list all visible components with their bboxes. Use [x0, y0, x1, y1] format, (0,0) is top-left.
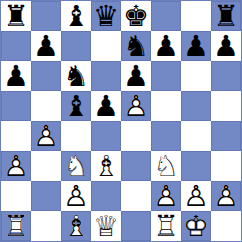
square-h1[interactable]: [211, 211, 241, 241]
piece-white-rook: ♜♖: [1, 211, 31, 241]
square-c4[interactable]: [61, 121, 91, 151]
white-piece-outline: ♙: [31, 121, 61, 151]
square-f4[interactable]: [151, 121, 181, 151]
piece-white-bishop: ♝♗: [61, 211, 91, 241]
square-a5[interactable]: [1, 91, 31, 121]
square-d7[interactable]: [91, 31, 121, 61]
square-h4[interactable]: [211, 121, 241, 151]
square-h7[interactable]: ♟: [211, 31, 241, 61]
black-piece-glyph: ♟: [1, 61, 31, 91]
square-e6[interactable]: ♟: [121, 61, 151, 91]
square-b1[interactable]: [31, 211, 61, 241]
square-e7[interactable]: ♞: [121, 31, 151, 61]
piece-black-pawn: ♟: [1, 61, 31, 91]
square-e2[interactable]: [121, 181, 151, 211]
square-d6[interactable]: [91, 61, 121, 91]
square-f1[interactable]: ♜♖: [151, 211, 181, 241]
piece-white-pawn: ♟♙: [121, 91, 151, 121]
piece-black-pawn: ♟: [211, 31, 241, 61]
piece-white-king: ♚♔: [181, 211, 211, 241]
square-h5[interactable]: [211, 91, 241, 121]
white-piece-outline: ♘: [61, 151, 91, 181]
square-h8[interactable]: ♜: [211, 1, 241, 31]
square-f2[interactable]: ♟♙: [151, 181, 181, 211]
square-h6[interactable]: [211, 61, 241, 91]
square-b6[interactable]: [31, 61, 61, 91]
piece-white-pawn: ♟♙: [31, 121, 61, 151]
square-g8[interactable]: [181, 1, 211, 31]
piece-black-bishop: ♝: [61, 91, 91, 121]
square-c1[interactable]: ♝♗: [61, 211, 91, 241]
square-e4[interactable]: [121, 121, 151, 151]
square-c3[interactable]: ♞♘: [61, 151, 91, 181]
white-piece-outline: ♕: [91, 211, 121, 241]
square-e1[interactable]: [121, 211, 151, 241]
piece-black-knight: ♞: [121, 31, 151, 61]
piece-white-queen: ♛♕: [91, 211, 121, 241]
piece-white-knight: ♞♘: [61, 151, 91, 181]
piece-white-pawn: ♟♙: [61, 181, 91, 211]
square-a7[interactable]: [1, 31, 31, 61]
white-piece-outline: ♙: [151, 181, 181, 211]
black-piece-glyph: ♜: [211, 1, 241, 31]
square-b2[interactable]: [31, 181, 61, 211]
square-g7[interactable]: ♟: [181, 31, 211, 61]
square-b5[interactable]: [31, 91, 61, 121]
piece-black-rook: ♜: [1, 1, 31, 31]
square-g1[interactable]: ♚♔: [181, 211, 211, 241]
white-piece-outline: ♙: [211, 181, 241, 211]
square-f3[interactable]: ♞♘: [151, 151, 181, 181]
piece-black-pawn: ♟: [181, 31, 211, 61]
square-g6[interactable]: [181, 61, 211, 91]
black-piece-glyph: ♜: [1, 1, 31, 31]
square-b3[interactable]: [31, 151, 61, 181]
piece-black-rook: ♜: [211, 1, 241, 31]
piece-black-pawn: ♟: [31, 31, 61, 61]
white-piece-outline: ♙: [1, 151, 31, 181]
chess-board: ♜♝♛♚♜♟♞♟♟♟♟♞♟♝♟♟♙♟♙♟♙♞♘♝♗♞♘♟♙♟♙♟♙♟♙♜♖♝♗♛…: [0, 0, 242, 242]
black-piece-glyph: ♟: [181, 31, 211, 61]
piece-white-pawn: ♟♙: [1, 151, 31, 181]
white-piece-outline: ♗: [61, 211, 91, 241]
white-piece-outline: ♙: [181, 181, 211, 211]
piece-black-bishop: ♝: [61, 1, 91, 31]
white-piece-outline: ♖: [1, 211, 31, 241]
square-c5[interactable]: ♝: [61, 91, 91, 121]
square-a8[interactable]: ♜: [1, 1, 31, 31]
black-piece-glyph: ♚: [121, 1, 151, 31]
white-piece-outline: ♔: [181, 211, 211, 241]
square-b8[interactable]: [31, 1, 61, 31]
square-a4[interactable]: [1, 121, 31, 151]
piece-black-pawn: ♟: [151, 31, 181, 61]
square-g5[interactable]: [181, 91, 211, 121]
piece-black-king: ♚: [121, 1, 151, 31]
square-e5[interactable]: ♟♙: [121, 91, 151, 121]
piece-white-bishop: ♝♗: [91, 151, 121, 181]
black-piece-glyph: ♞: [121, 31, 151, 61]
square-f8[interactable]: [151, 1, 181, 31]
piece-black-queen: ♛: [91, 1, 121, 31]
piece-white-pawn: ♟♙: [211, 181, 241, 211]
square-a2[interactable]: [1, 181, 31, 211]
piece-black-knight: ♞: [61, 61, 91, 91]
white-piece-outline: ♙: [61, 181, 91, 211]
square-f6[interactable]: [151, 61, 181, 91]
white-piece-outline: ♙: [121, 91, 151, 121]
square-f7[interactable]: ♟: [151, 31, 181, 61]
square-c2[interactable]: ♟♙: [61, 181, 91, 211]
square-f5[interactable]: [151, 91, 181, 121]
square-b4[interactable]: ♟♙: [31, 121, 61, 151]
white-piece-outline: ♖: [151, 211, 181, 241]
piece-white-pawn: ♟♙: [181, 181, 211, 211]
piece-black-pawn: ♟: [121, 61, 151, 91]
piece-white-rook: ♜♖: [151, 211, 181, 241]
square-c6[interactable]: ♞: [61, 61, 91, 91]
square-e3[interactable]: [121, 151, 151, 181]
square-g2[interactable]: ♟♙: [181, 181, 211, 211]
square-e8[interactable]: ♚: [121, 1, 151, 31]
piece-black-pawn: ♟: [91, 91, 121, 121]
black-piece-glyph: ♝: [61, 91, 91, 121]
black-piece-glyph: ♛: [91, 1, 121, 31]
square-d1[interactable]: ♛♕: [91, 211, 121, 241]
square-d4[interactable]: [91, 121, 121, 151]
square-g3[interactable]: [181, 151, 211, 181]
white-piece-outline: ♘: [151, 151, 181, 181]
square-d5[interactable]: ♟: [91, 91, 121, 121]
piece-white-pawn: ♟♙: [151, 181, 181, 211]
square-h3[interactable]: [211, 151, 241, 181]
piece-white-knight: ♞♘: [151, 151, 181, 181]
square-a6[interactable]: ♟: [1, 61, 31, 91]
black-piece-glyph: ♟: [91, 91, 121, 121]
black-piece-glyph: ♟: [31, 31, 61, 61]
square-a3[interactable]: ♟♙: [1, 151, 31, 181]
square-b7[interactable]: ♟: [31, 31, 61, 61]
square-c8[interactable]: ♝: [61, 1, 91, 31]
white-piece-outline: ♗: [91, 151, 121, 181]
square-d8[interactable]: ♛: [91, 1, 121, 31]
black-piece-glyph: ♟: [121, 61, 151, 91]
square-c7[interactable]: [61, 31, 91, 61]
square-g4[interactable]: [181, 121, 211, 151]
square-a1[interactable]: ♜♖: [1, 211, 31, 241]
square-d3[interactable]: ♝♗: [91, 151, 121, 181]
black-piece-glyph: ♞: [61, 61, 91, 91]
black-piece-glyph: ♝: [61, 1, 91, 31]
black-piece-glyph: ♟: [151, 31, 181, 61]
square-d2[interactable]: [91, 181, 121, 211]
square-h2[interactable]: ♟♙: [211, 181, 241, 211]
black-piece-glyph: ♟: [211, 31, 241, 61]
